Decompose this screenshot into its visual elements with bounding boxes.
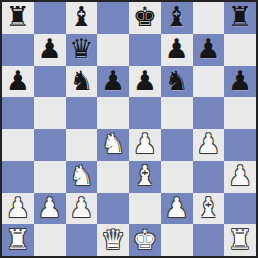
black-pawn-e6[interactable]: ♟ <box>133 67 157 94</box>
square-c3[interactable]: ♞ <box>66 161 98 193</box>
white-pawn-h3[interactable]: ♟ <box>228 162 252 189</box>
chess-board-frame: ♜♝♚♝♜♟♛♟♟♟♞♟♟♞♟♞♟♟♞♝♟♟♟♟♟♝♜♛♚♜ <box>0 0 258 258</box>
square-c2[interactable]: ♟ <box>66 193 98 225</box>
square-c8[interactable]: ♝ <box>66 2 98 34</box>
black-rook-a8[interactable]: ♜ <box>6 3 30 30</box>
square-f3[interactable] <box>161 161 193 193</box>
square-d6[interactable]: ♟ <box>97 66 129 98</box>
black-knight-c6[interactable]: ♞ <box>69 67 93 94</box>
square-a4[interactable] <box>2 129 34 161</box>
square-g2[interactable]: ♝ <box>193 193 225 225</box>
square-e8[interactable]: ♚ <box>129 2 161 34</box>
square-a3[interactable] <box>2 161 34 193</box>
white-pawn-b2[interactable]: ♟ <box>38 194 62 221</box>
white-queen-d1[interactable]: ♛ <box>101 226 125 253</box>
white-bishop-g2[interactable]: ♝ <box>196 194 220 221</box>
square-b6[interactable] <box>34 66 66 98</box>
white-bishop-e3[interactable]: ♝ <box>133 162 157 189</box>
square-h6[interactable]: ♟ <box>224 66 256 98</box>
square-a8[interactable]: ♜ <box>2 2 34 34</box>
square-a1[interactable]: ♜ <box>2 224 34 256</box>
square-e7[interactable] <box>129 34 161 66</box>
square-a7[interactable] <box>2 34 34 66</box>
square-d1[interactable]: ♛ <box>97 224 129 256</box>
square-b4[interactable] <box>34 129 66 161</box>
square-e6[interactable]: ♟ <box>129 66 161 98</box>
square-f4[interactable] <box>161 129 193 161</box>
square-c7[interactable]: ♛ <box>66 34 98 66</box>
white-rook-a1[interactable]: ♜ <box>6 226 30 253</box>
black-king-e8[interactable]: ♚ <box>133 3 157 30</box>
square-h8[interactable]: ♜ <box>224 2 256 34</box>
square-a2[interactable]: ♟ <box>2 193 34 225</box>
square-g3[interactable] <box>193 161 225 193</box>
square-e2[interactable] <box>129 193 161 225</box>
square-b2[interactable]: ♟ <box>34 193 66 225</box>
white-pawn-e4[interactable]: ♟ <box>133 130 157 157</box>
black-pawn-h6[interactable]: ♟ <box>228 67 252 94</box>
square-e1[interactable]: ♚ <box>129 224 161 256</box>
square-g4[interactable]: ♟ <box>193 129 225 161</box>
square-h3[interactable]: ♟ <box>224 161 256 193</box>
square-e4[interactable]: ♟ <box>129 129 161 161</box>
square-h1[interactable]: ♜ <box>224 224 256 256</box>
square-b5[interactable] <box>34 97 66 129</box>
square-d2[interactable] <box>97 193 129 225</box>
square-b7[interactable]: ♟ <box>34 34 66 66</box>
black-queen-c7[interactable]: ♛ <box>69 35 93 62</box>
white-pawn-a2[interactable]: ♟ <box>6 194 30 221</box>
square-b8[interactable] <box>34 2 66 34</box>
square-b1[interactable] <box>34 224 66 256</box>
square-a6[interactable]: ♟ <box>2 66 34 98</box>
square-h7[interactable] <box>224 34 256 66</box>
square-c5[interactable] <box>66 97 98 129</box>
square-h5[interactable] <box>224 97 256 129</box>
square-h2[interactable] <box>224 193 256 225</box>
square-f5[interactable] <box>161 97 193 129</box>
square-g7[interactable]: ♟ <box>193 34 225 66</box>
square-c4[interactable] <box>66 129 98 161</box>
white-king-e1[interactable]: ♚ <box>133 226 157 253</box>
square-d4[interactable]: ♞ <box>97 129 129 161</box>
white-knight-c3[interactable]: ♞ <box>69 162 93 189</box>
square-f2[interactable]: ♟ <box>161 193 193 225</box>
square-g8[interactable] <box>193 2 225 34</box>
black-knight-f6[interactable]: ♞ <box>165 67 189 94</box>
square-d8[interactable] <box>97 2 129 34</box>
square-f8[interactable]: ♝ <box>161 2 193 34</box>
black-pawn-a6[interactable]: ♟ <box>6 67 30 94</box>
black-pawn-g7[interactable]: ♟ <box>196 35 220 62</box>
white-pawn-f2[interactable]: ♟ <box>165 194 189 221</box>
square-c6[interactable]: ♞ <box>66 66 98 98</box>
black-pawn-b7[interactable]: ♟ <box>38 35 62 62</box>
black-pawn-d6[interactable]: ♟ <box>101 67 125 94</box>
square-e3[interactable]: ♝ <box>129 161 161 193</box>
black-bishop-c8[interactable]: ♝ <box>69 3 93 30</box>
black-pawn-f7[interactable]: ♟ <box>165 35 189 62</box>
white-pawn-g4[interactable]: ♟ <box>196 130 220 157</box>
square-d3[interactable] <box>97 161 129 193</box>
square-f1[interactable] <box>161 224 193 256</box>
black-rook-h8[interactable]: ♜ <box>228 3 252 30</box>
square-c1[interactable] <box>66 224 98 256</box>
square-g5[interactable] <box>193 97 225 129</box>
white-rook-h1[interactable]: ♜ <box>228 226 252 253</box>
square-g1[interactable] <box>193 224 225 256</box>
square-a5[interactable] <box>2 97 34 129</box>
square-d5[interactable] <box>97 97 129 129</box>
white-pawn-c2[interactable]: ♟ <box>69 194 93 221</box>
square-h4[interactable] <box>224 129 256 161</box>
square-d7[interactable] <box>97 34 129 66</box>
square-f7[interactable]: ♟ <box>161 34 193 66</box>
square-b3[interactable] <box>34 161 66 193</box>
square-g6[interactable] <box>193 66 225 98</box>
white-knight-d4[interactable]: ♞ <box>101 130 125 157</box>
square-e5[interactable] <box>129 97 161 129</box>
black-bishop-f8[interactable]: ♝ <box>165 3 189 30</box>
chess-board: ♜♝♚♝♜♟♛♟♟♟♞♟♟♞♟♞♟♟♞♝♟♟♟♟♟♝♜♛♚♜ <box>2 2 256 256</box>
square-f6[interactable]: ♞ <box>161 66 193 98</box>
